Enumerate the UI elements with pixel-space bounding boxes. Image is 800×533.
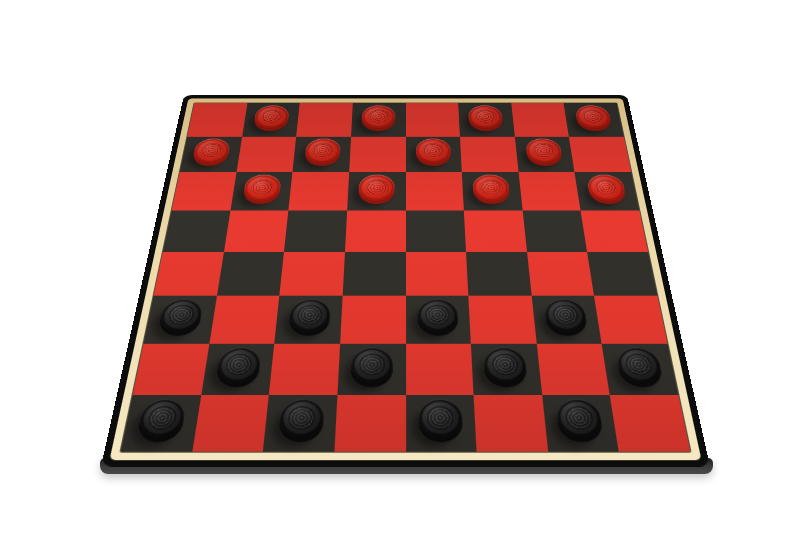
piece-grooves xyxy=(492,354,520,376)
piece-face xyxy=(242,175,281,201)
square-r5c8[interactable] xyxy=(587,252,657,296)
red-piece[interactable] xyxy=(586,178,627,204)
piece-face xyxy=(473,175,511,201)
piece-face xyxy=(574,105,612,128)
square-r5c7[interactable] xyxy=(527,252,595,296)
square-r3c4[interactable] xyxy=(347,172,405,210)
square-r5c5[interactable] xyxy=(406,252,469,296)
square-r2c1[interactable] xyxy=(180,136,242,172)
square-r5c1[interactable] xyxy=(154,252,224,296)
black-piece[interactable] xyxy=(287,303,330,336)
square-r1c1[interactable] xyxy=(187,103,247,136)
square-r1c8[interactable] xyxy=(564,103,624,136)
piece-face xyxy=(158,299,204,331)
square-r3c2[interactable] xyxy=(230,172,292,210)
red-piece[interactable] xyxy=(253,108,290,131)
piece-grooves xyxy=(250,180,274,196)
square-r5c6[interactable] xyxy=(466,252,531,296)
piece-grooves xyxy=(425,305,450,325)
black-piece[interactable] xyxy=(418,404,463,442)
piece-grooves xyxy=(365,180,388,196)
square-r2c6[interactable] xyxy=(460,136,518,172)
square-r4c8[interactable] xyxy=(581,210,648,251)
piece-face xyxy=(525,139,563,163)
piece-grooves xyxy=(624,354,654,376)
piece-grooves xyxy=(422,143,444,158)
piece-face xyxy=(253,105,290,128)
square-r6c8[interactable] xyxy=(594,296,667,344)
piece-grooves xyxy=(552,305,580,325)
red-piece[interactable] xyxy=(358,178,395,204)
piece-grooves xyxy=(167,305,196,325)
piece-grooves xyxy=(359,354,385,376)
black-piece[interactable] xyxy=(215,351,262,386)
piece-face xyxy=(361,105,395,128)
piece-face xyxy=(192,139,231,163)
square-r7c6[interactable] xyxy=(471,344,542,396)
square-r6c6[interactable] xyxy=(468,296,536,344)
black-piece[interactable] xyxy=(157,303,203,336)
square-r7c7[interactable] xyxy=(536,344,610,396)
black-piece[interactable] xyxy=(277,404,324,442)
square-r2c8[interactable] xyxy=(569,136,631,172)
square-r4c1[interactable] xyxy=(163,210,230,251)
square-r1c5[interactable] xyxy=(406,103,461,136)
piece-grooves xyxy=(427,406,455,430)
red-piece[interactable] xyxy=(525,142,563,166)
square-r7c4[interactable] xyxy=(337,344,405,396)
square-r3c5[interactable] xyxy=(406,172,464,210)
square-r1c7[interactable] xyxy=(511,103,569,136)
piece-face xyxy=(418,399,463,437)
piece-grooves xyxy=(480,180,504,196)
red-piece[interactable] xyxy=(575,108,613,131)
square-r7c2[interactable] xyxy=(201,344,275,396)
square-r8c6[interactable] xyxy=(474,395,548,451)
piece-grooves xyxy=(532,143,555,158)
piece-face xyxy=(278,399,325,437)
square-r1c6[interactable] xyxy=(458,103,514,136)
square-r8c4[interactable] xyxy=(334,395,405,451)
piece-grooves xyxy=(225,354,254,376)
piece-grooves xyxy=(368,110,389,124)
square-r1c3[interactable] xyxy=(296,103,352,136)
piece-grooves xyxy=(581,110,604,124)
square-r2c5[interactable] xyxy=(406,136,462,172)
piece-face xyxy=(216,347,262,382)
piece-grooves xyxy=(147,406,178,430)
square-r2c2[interactable] xyxy=(236,136,296,172)
piece-face xyxy=(555,399,604,437)
piece-face xyxy=(351,347,394,382)
black-piece[interactable] xyxy=(544,303,589,336)
square-r4c3[interactable] xyxy=(284,210,347,251)
piece-face xyxy=(416,139,451,163)
square-r8c2[interactable] xyxy=(192,395,269,451)
square-r2c7[interactable] xyxy=(515,136,575,172)
black-piece[interactable] xyxy=(616,351,664,386)
red-piece[interactable] xyxy=(304,142,341,166)
piece-face xyxy=(358,175,395,201)
square-r3c3[interactable] xyxy=(289,172,349,210)
piece-face xyxy=(544,299,588,331)
black-piece[interactable] xyxy=(136,404,187,442)
square-r3c1[interactable] xyxy=(172,172,237,210)
piece-face xyxy=(586,175,627,201)
square-r6c5[interactable] xyxy=(406,296,471,344)
square-r2c3[interactable] xyxy=(293,136,351,172)
red-piece[interactable] xyxy=(191,142,230,166)
square-r8c7[interactable] xyxy=(542,395,619,451)
piece-face xyxy=(615,347,663,382)
black-piece[interactable] xyxy=(556,404,605,442)
scene-background xyxy=(0,0,800,533)
black-piece[interactable] xyxy=(350,351,393,386)
square-r4c2[interactable] xyxy=(224,210,289,251)
square-r8c8[interactable] xyxy=(610,395,690,451)
square-r7c8[interactable] xyxy=(602,344,678,396)
black-piece[interactable] xyxy=(484,351,529,386)
square-r8c1[interactable] xyxy=(121,395,201,451)
square-r7c1[interactable] xyxy=(133,344,209,396)
red-piece[interactable] xyxy=(416,142,451,166)
piece-face xyxy=(304,139,341,163)
square-r4c5[interactable] xyxy=(406,210,467,251)
square-r6c1[interactable] xyxy=(144,296,217,344)
square-r5c4[interactable] xyxy=(343,252,406,296)
board-grid xyxy=(121,103,691,452)
square-r5c2[interactable] xyxy=(217,252,285,296)
square-r6c7[interactable] xyxy=(531,296,602,344)
square-r3c8[interactable] xyxy=(575,172,640,210)
square-r3c7[interactable] xyxy=(518,172,580,210)
piece-face xyxy=(483,347,528,382)
red-piece[interactable] xyxy=(242,178,281,204)
piece-face xyxy=(288,299,331,331)
piece-grooves xyxy=(200,143,224,158)
square-r4c6[interactable] xyxy=(464,210,527,251)
square-r1c2[interactable] xyxy=(242,103,300,136)
black-piece[interactable] xyxy=(417,303,458,336)
square-r7c3[interactable] xyxy=(269,344,340,396)
piece-face xyxy=(137,399,188,437)
piece-grooves xyxy=(311,143,334,158)
board-field-border xyxy=(119,103,691,453)
piece-face xyxy=(417,299,458,331)
piece-grooves xyxy=(287,406,316,430)
red-piece[interactable] xyxy=(473,178,511,204)
square-r5c3[interactable] xyxy=(280,252,345,296)
square-r4c7[interactable] xyxy=(522,210,587,251)
square-r1c4[interactable] xyxy=(351,103,406,136)
piece-grooves xyxy=(564,406,594,430)
checkers-board xyxy=(101,95,710,467)
square-r6c4[interactable] xyxy=(340,296,405,344)
piece-grooves xyxy=(260,110,283,124)
piece-grooves xyxy=(296,305,322,325)
square-r6c3[interactable] xyxy=(275,296,343,344)
square-r3c6[interactable] xyxy=(462,172,522,210)
red-piece[interactable] xyxy=(361,108,395,131)
piece-grooves xyxy=(475,110,497,124)
square-r6c2[interactable] xyxy=(209,296,280,344)
square-r2c4[interactable] xyxy=(349,136,405,172)
board-trim xyxy=(109,98,701,460)
square-r8c5[interactable] xyxy=(406,395,477,451)
piece-face xyxy=(468,105,503,128)
piece-grooves xyxy=(593,180,618,196)
square-r4c4[interactable] xyxy=(345,210,406,251)
square-r8c3[interactable] xyxy=(263,395,337,451)
red-piece[interactable] xyxy=(468,108,503,131)
square-r7c5[interactable] xyxy=(406,344,474,396)
